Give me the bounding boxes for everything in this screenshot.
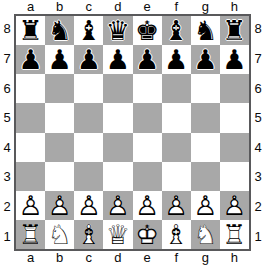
black-pawn[interactable]: ♟: [74, 45, 103, 74]
black-bishop[interactable]: ♝: [162, 16, 191, 45]
square-f7[interactable]: ♟: [162, 45, 191, 74]
white-pawn[interactable]: ♟♙: [162, 191, 191, 220]
piece-glyph: ♞: [191, 16, 220, 45]
white-bishop[interactable]: ♝♗: [74, 220, 103, 249]
piece-outline: ♔: [133, 220, 162, 249]
piece-glyph: ♝: [162, 16, 191, 45]
square-a8[interactable]: ♜: [16, 16, 45, 45]
black-knight[interactable]: ♞: [191, 16, 220, 45]
white-pawn[interactable]: ♟♙: [103, 191, 132, 220]
square-g6[interactable]: [191, 74, 220, 103]
piece-glyph: ♜: [220, 16, 249, 45]
piece-outline: ♙: [103, 191, 132, 220]
piece-glyph: ♞: [45, 16, 74, 45]
rank-label-right-6: 6: [251, 73, 265, 103]
square-f6[interactable]: [162, 74, 191, 103]
board-middle: 87654321 ♜♞♝♛♚♝♞♜♟♟♟♟♟♟♟♟♟♙♟♙♟♙♟♙♟♙♟♙♟♙♟…: [0, 14, 265, 251]
piece-glyph: ♟: [162, 45, 191, 74]
black-pawn[interactable]: ♟: [45, 45, 74, 74]
square-b8[interactable]: ♞: [45, 16, 74, 45]
square-c1[interactable]: ♝♗: [74, 220, 103, 249]
piece-glyph: ♟: [191, 45, 220, 74]
square-g1[interactable]: ♞♘: [191, 220, 220, 249]
black-pawn[interactable]: ♟: [162, 45, 191, 74]
white-rook[interactable]: ♜♖: [220, 220, 249, 249]
square-c2[interactable]: ♟♙: [74, 191, 103, 220]
file-labels-bottom: abcdefgh: [0, 251, 265, 265]
square-f2[interactable]: ♟♙: [162, 191, 191, 220]
square-e5[interactable]: [133, 103, 162, 132]
rank-label-left-7: 7: [0, 44, 14, 74]
square-b3[interactable]: [45, 162, 74, 191]
black-queen[interactable]: ♛: [103, 16, 132, 45]
file-label-bottom-e: e: [133, 251, 162, 265]
piece-outline: ♙: [220, 191, 249, 220]
piece-outline: ♙: [133, 191, 162, 220]
square-g2[interactable]: ♟♙: [191, 191, 220, 220]
square-b2[interactable]: ♟♙: [45, 191, 74, 220]
square-b7[interactable]: ♟: [45, 45, 74, 74]
square-b1[interactable]: ♞♘: [45, 220, 74, 249]
piece-outline: ♙: [45, 191, 74, 220]
piece-outline: ♘: [191, 220, 220, 249]
square-h4[interactable]: [220, 133, 249, 162]
square-c4[interactable]: [74, 133, 103, 162]
rank-label-right-7: 7: [251, 44, 265, 74]
square-a5[interactable]: [16, 103, 45, 132]
file-label-bottom-d: d: [103, 251, 132, 265]
file-label-top-d: d: [103, 0, 132, 14]
rank-label-right-2: 2: [251, 192, 265, 222]
square-a4[interactable]: [16, 133, 45, 162]
piece-glyph: ♟: [220, 45, 249, 74]
black-pawn[interactable]: ♟: [16, 45, 45, 74]
rank-label-left-3: 3: [0, 162, 14, 192]
black-pawn[interactable]: ♟: [103, 45, 132, 74]
square-h5[interactable]: [220, 103, 249, 132]
square-c8[interactable]: ♝: [74, 16, 103, 45]
square-f5[interactable]: [162, 103, 191, 132]
square-a3[interactable]: [16, 162, 45, 191]
square-f1[interactable]: ♝♗: [162, 220, 191, 249]
square-e7[interactable]: ♟: [133, 45, 162, 74]
black-pawn[interactable]: ♟: [220, 45, 249, 74]
piece-outline: ♙: [162, 191, 191, 220]
square-d2[interactable]: ♟♙: [103, 191, 132, 220]
chess-board: ♜♞♝♛♚♝♞♜♟♟♟♟♟♟♟♟♟♙♟♙♟♙♟♙♟♙♟♙♟♙♟♙♜♖♞♘♝♗♛♕…: [14, 14, 251, 251]
piece-outline: ♘: [45, 220, 74, 249]
square-e3[interactable]: [133, 162, 162, 191]
white-pawn[interactable]: ♟♙: [16, 191, 45, 220]
white-knight[interactable]: ♞♘: [45, 220, 74, 249]
square-f3[interactable]: [162, 162, 191, 191]
white-queen[interactable]: ♛♕: [103, 220, 132, 249]
square-d1[interactable]: ♛♕: [103, 220, 132, 249]
rank-label-right-1: 1: [251, 221, 265, 251]
white-knight[interactable]: ♞♘: [191, 220, 220, 249]
white-pawn[interactable]: ♟♙: [191, 191, 220, 220]
piece-outline: ♖: [220, 220, 249, 249]
file-label-top-a: a: [16, 0, 45, 14]
piece-glyph: ♟: [45, 45, 74, 74]
square-h7[interactable]: ♟: [220, 45, 249, 74]
square-d6[interactable]: [103, 74, 132, 103]
file-label-top-c: c: [74, 0, 103, 14]
square-h1[interactable]: ♜♖: [220, 220, 249, 249]
square-c5[interactable]: [74, 103, 103, 132]
square-e2[interactable]: ♟♙: [133, 191, 162, 220]
rank-label-right-5: 5: [251, 103, 265, 133]
rank-label-left-4: 4: [0, 133, 14, 163]
rank-label-left-8: 8: [0, 14, 14, 44]
black-pawn[interactable]: ♟: [191, 45, 220, 74]
square-a7[interactable]: ♟: [16, 45, 45, 74]
rank-label-right-3: 3: [251, 162, 265, 192]
square-h3[interactable]: [220, 162, 249, 191]
square-e8[interactable]: ♚: [133, 16, 162, 45]
piece-outline: ♙: [74, 191, 103, 220]
square-g4[interactable]: [191, 133, 220, 162]
chess-diagram: abcdefgh 87654321 ♜♞♝♛♚♝♞♜♟♟♟♟♟♟♟♟♟♙♟♙♟♙…: [0, 0, 265, 265]
rank-labels-left: 87654321: [0, 14, 14, 251]
black-bishop[interactable]: ♝: [74, 16, 103, 45]
rank-label-right-8: 8: [251, 14, 265, 44]
piece-glyph: ♚: [133, 16, 162, 45]
rank-label-left-5: 5: [0, 103, 14, 133]
file-label-bottom-b: b: [45, 251, 74, 265]
square-h2[interactable]: ♟♙: [220, 191, 249, 220]
square-c7[interactable]: ♟: [74, 45, 103, 74]
piece-outline: ♗: [162, 220, 191, 249]
file-label-top-h: h: [220, 0, 249, 14]
piece-outline: ♙: [191, 191, 220, 220]
square-d3[interactable]: [103, 162, 132, 191]
square-c6[interactable]: [74, 74, 103, 103]
square-b4[interactable]: [45, 133, 74, 162]
file-label-bottom-c: c: [74, 251, 103, 265]
piece-glyph: ♛: [103, 16, 132, 45]
file-label-bottom-f: f: [162, 251, 191, 265]
white-king[interactable]: ♚♔: [133, 220, 162, 249]
square-e4[interactable]: [133, 133, 162, 162]
square-a2[interactable]: ♟♙: [16, 191, 45, 220]
white-pawn[interactable]: ♟♙: [45, 191, 74, 220]
black-knight[interactable]: ♞: [45, 16, 74, 45]
square-g7[interactable]: ♟: [191, 45, 220, 74]
white-pawn[interactable]: ♟♙: [220, 191, 249, 220]
square-f8[interactable]: ♝: [162, 16, 191, 45]
square-g5[interactable]: [191, 103, 220, 132]
square-g8[interactable]: ♞: [191, 16, 220, 45]
square-h8[interactable]: ♜: [220, 16, 249, 45]
square-e6[interactable]: [133, 74, 162, 103]
square-d4[interactable]: [103, 133, 132, 162]
black-rook[interactable]: ♜: [220, 16, 249, 45]
white-pawn[interactable]: ♟♙: [74, 191, 103, 220]
square-h6[interactable]: [220, 74, 249, 103]
piece-outline: ♖: [16, 220, 45, 249]
square-b6[interactable]: [45, 74, 74, 103]
piece-glyph: ♟: [103, 45, 132, 74]
black-pawn[interactable]: ♟: [133, 45, 162, 74]
rank-label-left-6: 6: [0, 73, 14, 103]
rank-labels-right: 87654321: [251, 14, 265, 251]
square-a6[interactable]: [16, 74, 45, 103]
file-label-bottom-a: a: [16, 251, 45, 265]
square-c3[interactable]: [74, 162, 103, 191]
piece-glyph: ♟: [16, 45, 45, 74]
file-label-top-b: b: [45, 0, 74, 14]
piece-glyph: ♟: [133, 45, 162, 74]
square-e1[interactable]: ♚♔: [133, 220, 162, 249]
square-b5[interactable]: [45, 103, 74, 132]
piece-outline: ♗: [74, 220, 103, 249]
piece-glyph: ♟: [74, 45, 103, 74]
file-labels-top: abcdefgh: [0, 0, 265, 14]
white-bishop[interactable]: ♝♗: [162, 220, 191, 249]
piece-glyph: ♝: [74, 16, 103, 45]
square-d8[interactable]: ♛: [103, 16, 132, 45]
square-d5[interactable]: [103, 103, 132, 132]
piece-glyph: ♜: [16, 16, 45, 45]
file-label-bottom-h: h: [220, 251, 249, 265]
file-label-top-e: e: [133, 0, 162, 14]
rank-label-left-1: 1: [0, 221, 14, 251]
rank-label-right-4: 4: [251, 133, 265, 163]
square-d7[interactable]: ♟: [103, 45, 132, 74]
black-king[interactable]: ♚: [133, 16, 162, 45]
piece-outline: ♙: [16, 191, 45, 220]
white-rook[interactable]: ♜♖: [16, 220, 45, 249]
black-rook[interactable]: ♜: [16, 16, 45, 45]
rank-label-left-2: 2: [0, 192, 14, 222]
square-a1[interactable]: ♜♖: [16, 220, 45, 249]
file-label-top-g: g: [191, 0, 220, 14]
file-label-top-f: f: [162, 0, 191, 14]
square-f4[interactable]: [162, 133, 191, 162]
piece-outline: ♕: [103, 220, 132, 249]
file-label-bottom-g: g: [191, 251, 220, 265]
white-pawn[interactable]: ♟♙: [133, 191, 162, 220]
square-g3[interactable]: [191, 162, 220, 191]
